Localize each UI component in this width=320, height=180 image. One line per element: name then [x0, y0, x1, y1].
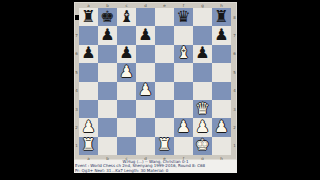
rank-labels-right: 87654321 — [232, 8, 237, 155]
piece-black-rook: ♜ — [81, 9, 95, 25]
piece-white-bishop: ♝ — [176, 45, 190, 61]
square-f7[interactable] — [174, 26, 193, 44]
square-e6[interactable] — [155, 45, 174, 63]
coord-label: 2 — [232, 118, 237, 136]
square-g4[interactable] — [193, 82, 212, 100]
square-h2[interactable]: ♟ — [212, 118, 231, 136]
square-b6[interactable] — [98, 45, 117, 63]
square-e1[interactable]: ♜ — [155, 137, 174, 155]
square-b8[interactable]: ♚ — [98, 8, 117, 26]
coord-label: b — [98, 3, 117, 8]
square-h1[interactable] — [212, 137, 231, 155]
square-b5[interactable] — [98, 63, 117, 81]
square-a6[interactable]: ♟ — [79, 45, 98, 63]
piece-black-pawn: ♟ — [81, 45, 95, 61]
square-e2[interactable] — [155, 118, 174, 136]
square-f1[interactable] — [174, 137, 193, 155]
square-c8[interactable]: ♝ — [117, 8, 136, 26]
square-g7[interactable] — [193, 26, 212, 44]
piece-black-pawn: ♟ — [138, 27, 152, 43]
square-b1[interactable] — [98, 137, 117, 155]
square-a1[interactable]: ♜ — [79, 137, 98, 155]
square-e7[interactable] — [155, 26, 174, 44]
square-a7[interactable] — [79, 26, 98, 44]
piece-black-king: ♚ — [100, 9, 114, 25]
piece-black-pawn: ♟ — [119, 45, 133, 61]
square-e4[interactable] — [155, 82, 174, 100]
square-e3[interactable] — [155, 100, 174, 118]
piece-black-pawn: ♟ — [214, 27, 228, 43]
piece-white-queen: ♛ — [195, 101, 209, 117]
square-d1[interactable] — [136, 137, 155, 155]
coord-label: d — [136, 3, 155, 8]
square-a3[interactable] — [79, 100, 98, 118]
square-b7[interactable]: ♟ — [98, 26, 117, 44]
square-d8[interactable] — [136, 8, 155, 26]
piece-white-pawn: ♟ — [176, 119, 190, 135]
square-h5[interactable] — [212, 63, 231, 81]
square-c2[interactable] — [117, 118, 136, 136]
coord-label: e — [155, 3, 174, 8]
piece-white-pawn: ♟ — [119, 64, 133, 80]
coord-label: g — [193, 3, 212, 8]
square-g8[interactable] — [193, 8, 212, 26]
square-f6[interactable]: ♝ — [174, 45, 193, 63]
square-a4[interactable] — [79, 82, 98, 100]
chess-board: ♜♚♝♛♜♟♟♟♟♟♝♟♟♟♛♟♟♟♟♜♜♚ — [79, 8, 231, 155]
coord-label: 6 — [232, 45, 237, 63]
coord-label: a — [79, 3, 98, 8]
square-d2[interactable] — [136, 118, 155, 136]
square-g6[interactable]: ♟ — [193, 45, 212, 63]
chess-board-panel: abcdefgh 87654321 ♜♚♝♛♜♟♟♟♟♟♝♟♟♟♛♟♟♟♟♜♜♚… — [74, 2, 237, 160]
square-e8[interactable] — [155, 8, 174, 26]
square-g2[interactable]: ♟ — [193, 118, 212, 136]
file-labels-top: abcdefgh — [79, 3, 231, 8]
coord-label: 5 — [232, 63, 237, 81]
square-c5[interactable]: ♟ — [117, 63, 136, 81]
piece-black-pawn: ♟ — [195, 45, 209, 61]
piece-black-bishop: ♝ — [119, 9, 133, 25]
square-a2[interactable]: ♟ — [79, 118, 98, 136]
square-c1[interactable] — [117, 137, 136, 155]
square-h8[interactable]: ♜ — [212, 8, 231, 26]
square-g3[interactable]: ♛ — [193, 100, 212, 118]
square-c6[interactable]: ♟ — [117, 45, 136, 63]
piece-white-pawn: ♟ — [214, 119, 228, 135]
square-f3[interactable] — [174, 100, 193, 118]
square-c4[interactable] — [117, 82, 136, 100]
square-b4[interactable] — [98, 82, 117, 100]
square-d5[interactable] — [136, 63, 155, 81]
square-h3[interactable] — [212, 100, 231, 118]
coord-label: 4 — [232, 82, 237, 100]
square-c7[interactable] — [117, 26, 136, 44]
square-h4[interactable] — [212, 82, 231, 100]
square-f5[interactable] — [174, 63, 193, 81]
piece-black-rook: ♜ — [214, 9, 228, 25]
square-h7[interactable]: ♟ — [212, 26, 231, 44]
square-d6[interactable] — [136, 45, 155, 63]
moves-status-line: Pr: Qg3+ Next: 31...Ka7 Length: 30 Mater… — [74, 169, 237, 173]
coord-label: f — [174, 3, 193, 8]
coord-label: 7 — [232, 26, 237, 44]
piece-white-rook: ♜ — [81, 137, 95, 153]
square-c3[interactable] — [117, 100, 136, 118]
square-d7[interactable]: ♟ — [136, 26, 155, 44]
square-b3[interactable] — [98, 100, 117, 118]
square-f2[interactable]: ♟ — [174, 118, 193, 136]
square-d4[interactable]: ♟ — [136, 82, 155, 100]
coord-label: h — [212, 3, 231, 8]
coord-label: 3 — [232, 100, 237, 118]
piece-white-king: ♚ — [195, 137, 209, 153]
square-f8[interactable]: ♛ — [174, 8, 193, 26]
game-info-panel: W.Hug (...) -- Wang, Christian 0-1 Event… — [74, 160, 237, 173]
video-frame: abcdefgh 87654321 ♜♚♝♛♜♟♟♟♟♟♝♟♟♟♛♟♟♟♟♜♜♚… — [0, 0, 320, 180]
piece-white-pawn: ♟ — [138, 82, 152, 98]
piece-white-pawn: ♟ — [195, 119, 209, 135]
piece-white-pawn: ♟ — [81, 119, 95, 135]
square-b2[interactable] — [98, 118, 117, 136]
square-f4[interactable] — [174, 82, 193, 100]
square-a8[interactable]: ♜ — [79, 8, 98, 26]
coord-label: 8 — [232, 8, 237, 26]
square-h6[interactable] — [212, 45, 231, 63]
square-e5[interactable] — [155, 63, 174, 81]
piece-white-rook: ♜ — [157, 137, 171, 153]
piece-black-pawn: ♟ — [100, 27, 114, 43]
coord-label: 1 — [232, 137, 237, 155]
square-g5[interactable] — [193, 63, 212, 81]
coord-label: c — [117, 3, 136, 8]
square-a5[interactable] — [79, 63, 98, 81]
square-d3[interactable] — [136, 100, 155, 118]
side-to-move-indicator — [75, 15, 79, 21]
square-g1[interactable]: ♚ — [193, 137, 212, 155]
piece-black-queen: ♛ — [176, 9, 190, 25]
